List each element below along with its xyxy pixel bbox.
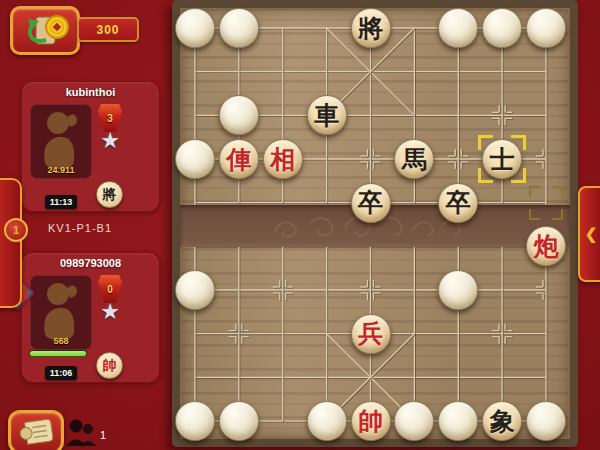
piece-hidden-piece[interactable]: [526, 401, 566, 441]
coin-balance-badge: 300: [77, 17, 139, 42]
piece-red-soldier[interactable]: 兵: [351, 314, 391, 354]
player-timer: 11:13: [45, 195, 77, 209]
player-score: 568: [31, 336, 91, 346]
scroll-icon: [15, 415, 57, 450]
avatar: 24.911: [30, 104, 92, 179]
piece-black-chariot[interactable]: 車: [307, 95, 347, 135]
medal-count: 3: [107, 113, 113, 124]
player-panel-self: 0989793008 568 0 ★ 11:06 帥: [21, 252, 160, 383]
player-panel-opponent: kubinthoi 24.911 3 ★ 11:13 將: [21, 81, 160, 212]
player-name: kubinthoi: [22, 86, 159, 98]
piece-black-soldier[interactable]: 卒: [351, 183, 391, 223]
piece-red-general[interactable]: 帥: [351, 401, 391, 441]
piece-hidden-piece[interactable]: [175, 8, 215, 48]
piece-black-soldier[interactable]: 卒: [438, 183, 478, 223]
time-progress-bar: [29, 350, 87, 357]
piece-hidden-piece[interactable]: [438, 270, 478, 310]
piece-hidden-piece[interactable]: [482, 8, 522, 48]
left-pullout-tab[interactable]: 1: [0, 178, 22, 308]
piece-hidden-piece[interactable]: [219, 95, 259, 135]
rank-star-icon: ★: [98, 299, 122, 325]
player-name: 0989793008: [22, 257, 159, 269]
piece-black-elephant[interactable]: 象: [482, 401, 522, 441]
left-tab-badge: 1: [4, 218, 28, 242]
side-piece-red-general: 帥: [96, 352, 123, 379]
piece-hidden-piece[interactable]: [219, 401, 259, 441]
piece-hidden-piece[interactable]: [175, 270, 215, 310]
medal-count: 0: [107, 284, 113, 295]
piece-hidden-piece[interactable]: [219, 8, 259, 48]
timer-value: 11:13: [50, 197, 73, 207]
right-pullout-tab[interactable]: ❮: [578, 186, 600, 282]
people-icon: [64, 418, 100, 448]
piece-red-chariot[interactable]: 俥: [219, 139, 259, 179]
game-log-button[interactable]: [8, 410, 64, 450]
piece-red-elephant[interactable]: 相: [263, 139, 303, 179]
piece-hidden-piece[interactable]: [175, 401, 215, 441]
coin-exit-icon: [20, 14, 70, 48]
piece-black-general[interactable]: 將: [351, 8, 391, 48]
side-piece-black-general: 將: [96, 181, 123, 208]
avatar: 568: [30, 275, 92, 350]
side-piece-glyph: 帥: [103, 357, 117, 375]
online-players-count: 1: [100, 429, 106, 441]
online-players-button[interactable]: [64, 418, 100, 448]
piece-hidden-piece[interactable]: [307, 401, 347, 441]
xiangqi-game-screen: 300 kubinthoi 24.911 3 ★ 11:13 將 KV1-P1-…: [0, 0, 600, 450]
last-move-origin-marker: [529, 186, 563, 220]
selection-brackets: [478, 135, 526, 183]
coin-balance-value: 300: [96, 23, 119, 37]
piece-hidden-piece[interactable]: [526, 8, 566, 48]
xiangqi-board[interactable]: 將車俥相馬士卒卒炮兵帥象: [172, 0, 578, 447]
piece-hidden-piece[interactable]: [438, 8, 478, 48]
exit-room-button[interactable]: [10, 6, 80, 55]
player-score: 24.911: [31, 165, 91, 175]
time-progress-fill: [30, 351, 86, 356]
side-piece-glyph: 將: [103, 186, 117, 204]
chevron-left-icon: ❮: [585, 225, 598, 243]
rank-star-icon: ★: [98, 128, 122, 154]
player-timer: 11:06: [45, 366, 77, 380]
timer-value: 11:06: [50, 368, 73, 378]
piece-hidden-piece[interactable]: [175, 139, 215, 179]
piece-hidden-piece[interactable]: [438, 401, 478, 441]
